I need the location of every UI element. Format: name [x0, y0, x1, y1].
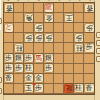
piece-sente-68[interactable]: 金: [35, 74, 43, 82]
square-99[interactable]: [4, 84, 14, 94]
square-16[interactable]: [84, 54, 94, 64]
piece-sente-97[interactable]: 歩: [5, 64, 13, 72]
square-48[interactable]: [54, 74, 64, 84]
square-27[interactable]: [74, 64, 84, 74]
square-84[interactable]: [14, 33, 24, 43]
square-71[interactable]: [24, 3, 34, 13]
square-37[interactable]: [64, 64, 74, 74]
square-75[interactable]: [24, 43, 34, 53]
piece-sente-19[interactable]: 香: [85, 84, 94, 92]
square-53[interactable]: [44, 23, 54, 33]
piece-gote-52[interactable]: 金: [45, 14, 53, 22]
square-34[interactable]: [64, 33, 74, 43]
square-39[interactable]: 龍: [64, 84, 74, 94]
square-44[interactable]: [54, 33, 64, 43]
piece-sente-76[interactable]: 歩: [25, 54, 33, 62]
piece-gote-85[interactable]: 桂: [15, 44, 23, 52]
square-28[interactable]: [74, 74, 84, 84]
piece-gote-64[interactable]: 歩: [35, 34, 43, 42]
square-31[interactable]: [64, 3, 74, 13]
piece-gote-74[interactable]: 歩: [25, 34, 33, 42]
square-54[interactable]: 歩: [44, 33, 54, 43]
square-94[interactable]: [4, 33, 14, 43]
left-panel-edge: [0, 0, 1, 30]
shogi-app: 987654321 香龍香角金王と歩歩歩歩歩歩桂桂歩歩銀歩馬銀歩歩桂歩香金金玉歩…: [0, 0, 100, 100]
square-47[interactable]: [54, 64, 64, 74]
square-77[interactable]: 桂: [24, 64, 34, 74]
square-33[interactable]: [64, 23, 74, 33]
piece-sente-98[interactable]: 香: [5, 74, 13, 82]
piece-sente-86[interactable]: 銀: [15, 54, 23, 62]
square-22[interactable]: [74, 13, 84, 23]
square-79[interactable]: 玉: [24, 84, 34, 94]
square-81[interactable]: [14, 3, 24, 13]
square-26[interactable]: [74, 54, 84, 64]
piece-gote-32[interactable]: 王: [65, 14, 73, 22]
square-95[interactable]: [4, 43, 14, 53]
square-43[interactable]: [54, 23, 64, 33]
square-17[interactable]: [84, 64, 94, 74]
square-51[interactable]: 龍: [44, 3, 54, 13]
piece-gote-13[interactable]: 歩: [85, 24, 94, 32]
square-32[interactable]: 王: [64, 13, 74, 23]
square-38[interactable]: [64, 74, 74, 84]
piece-sente-29[interactable]: 桂: [75, 84, 83, 92]
square-41[interactable]: [54, 3, 64, 13]
piece-sente-87[interactable]: 歩: [15, 64, 23, 72]
square-18[interactable]: [84, 74, 94, 84]
square-98[interactable]: 香: [4, 74, 14, 84]
square-45[interactable]: [54, 43, 64, 53]
piece-sente-96[interactable]: 歩: [5, 54, 13, 62]
square-68[interactable]: 金: [34, 74, 44, 84]
piece-gote-39[interactable]: 龍: [65, 84, 73, 92]
square-14[interactable]: [84, 33, 94, 43]
piece-sente-93[interactable]: と: [5, 24, 13, 32]
square-11[interactable]: 香: [84, 3, 94, 13]
square-61[interactable]: [34, 3, 44, 13]
square-96[interactable]: 歩: [4, 54, 14, 64]
square-91[interactable]: 香: [4, 3, 14, 13]
piece-gote-72[interactable]: 角: [25, 14, 33, 22]
square-35[interactable]: [64, 43, 74, 53]
square-29[interactable]: 桂: [74, 84, 84, 94]
square-89[interactable]: [14, 84, 24, 94]
square-74[interactable]: 歩: [24, 33, 34, 43]
piece-gote-11[interactable]: 香: [85, 4, 94, 12]
square-23[interactable]: [74, 23, 84, 33]
piece-sente-77[interactable]: 桂: [25, 64, 33, 72]
piece-sente-57[interactable]: 歩: [45, 64, 53, 72]
square-76[interactable]: 歩: [24, 54, 34, 64]
tray-piece[interactable]: [96, 40, 100, 46]
square-42[interactable]: [54, 13, 64, 23]
piece-gote-91[interactable]: 香: [5, 4, 13, 12]
piece-gote-24[interactable]: 歩: [75, 34, 83, 42]
piece-sente-79[interactable]: 玉: [25, 84, 33, 92]
piece-gote-54[interactable]: 歩: [45, 34, 53, 42]
piece-gote-63[interactable]: 歩: [35, 24, 43, 32]
square-69[interactable]: 歩: [34, 84, 44, 94]
shogi-board: 香龍香角金王と歩歩歩歩歩歩桂桂歩歩銀歩馬銀歩歩桂歩香金金玉歩龍桂香: [3, 2, 95, 95]
square-49[interactable]: [54, 84, 64, 94]
square-82[interactable]: [14, 13, 24, 23]
tray-piece[interactable]: [0, 18, 2, 24]
square-97[interactable]: 歩: [4, 64, 14, 74]
square-73[interactable]: [24, 23, 34, 33]
square-83[interactable]: [14, 23, 24, 33]
piece-sente-78[interactable]: 金: [25, 74, 33, 82]
square-86[interactable]: 銀: [14, 54, 24, 64]
square-63[interactable]: 歩: [34, 23, 44, 33]
tray-piece[interactable]: [0, 77, 2, 83]
square-92[interactable]: [4, 13, 14, 23]
square-36[interactable]: [64, 54, 74, 64]
piece-sente-15[interactable]: 歩: [85, 44, 94, 52]
piece-gote-25[interactable]: 桂: [75, 44, 83, 52]
square-72[interactable]: 角: [24, 13, 34, 23]
piece-sente-56[interactable]: 銀: [45, 54, 53, 62]
square-13[interactable]: 歩: [84, 23, 94, 33]
square-62[interactable]: [34, 13, 44, 23]
piece-sente-69[interactable]: 歩: [35, 84, 43, 92]
square-93[interactable]: と: [4, 23, 14, 33]
square-21[interactable]: [74, 3, 84, 13]
square-57[interactable]: 歩: [44, 64, 54, 74]
tray-piece[interactable]: [96, 48, 100, 54]
square-46[interactable]: [54, 54, 64, 64]
square-55[interactable]: [44, 43, 54, 53]
square-58[interactable]: [44, 74, 54, 84]
square-15[interactable]: 歩: [84, 43, 94, 53]
square-87[interactable]: 歩: [14, 64, 24, 74]
tray-piece[interactable]: [96, 56, 100, 62]
square-66[interactable]: 馬: [34, 54, 44, 64]
square-19[interactable]: 香: [84, 84, 94, 94]
square-85[interactable]: 桂: [14, 43, 24, 53]
piece-sente-66[interactable]: 馬: [35, 54, 43, 62]
square-88[interactable]: [14, 74, 24, 84]
tray-piece[interactable]: [0, 88, 2, 94]
square-24[interactable]: 歩: [74, 33, 84, 43]
square-12[interactable]: [84, 13, 94, 23]
square-52[interactable]: 金: [44, 13, 54, 23]
square-67[interactable]: [34, 64, 44, 74]
tray-piece[interactable]: [96, 32, 100, 38]
square-64[interactable]: 歩: [34, 33, 44, 43]
square-65[interactable]: [34, 43, 44, 53]
square-59[interactable]: [44, 84, 54, 94]
square-25[interactable]: 桂: [74, 43, 84, 53]
square-56[interactable]: 銀: [44, 54, 54, 64]
piece-sente-51[interactable]: 龍: [45, 4, 53, 12]
